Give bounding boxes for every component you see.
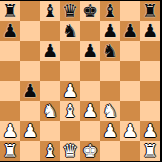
square-e2[interactable] xyxy=(80,121,100,141)
black-pawn: ♟ xyxy=(102,21,118,41)
square-g5[interactable] xyxy=(120,61,140,81)
square-d8[interactable]: ♛ xyxy=(60,1,80,21)
square-c7[interactable] xyxy=(40,21,60,41)
square-a8[interactable]: ♜ xyxy=(0,1,20,21)
black-pawn: ♟ xyxy=(2,21,18,41)
board-frame: ♜♝♛♚♝♜♟♞♟♟♟♟♟♞♟♟♞♝♟♞♟♟♟♟♟♜♝♛♚♜ xyxy=(0,0,162,162)
white-pawn: ♟ xyxy=(102,121,118,141)
square-e7[interactable] xyxy=(80,21,100,41)
square-c1[interactable]: ♝ xyxy=(40,141,60,161)
black-pawn: ♟ xyxy=(22,81,38,101)
square-g3[interactable] xyxy=(120,101,140,121)
square-e5[interactable] xyxy=(80,61,100,81)
square-f4[interactable] xyxy=(100,81,120,101)
black-pawn: ♟ xyxy=(142,21,158,41)
black-pawn: ♟ xyxy=(42,41,58,61)
square-a1[interactable]: ♜ xyxy=(0,141,20,161)
square-a2[interactable]: ♟ xyxy=(0,121,20,141)
square-e6[interactable]: ♟ xyxy=(80,41,100,61)
white-pawn: ♟ xyxy=(122,121,138,141)
square-g6[interactable] xyxy=(120,41,140,61)
black-rook: ♜ xyxy=(142,1,158,21)
square-g7[interactable]: ♟ xyxy=(120,21,140,41)
white-knight: ♞ xyxy=(42,101,58,121)
square-a5[interactable] xyxy=(0,61,20,81)
square-c6[interactable]: ♟ xyxy=(40,41,60,61)
white-bishop: ♝ xyxy=(62,101,78,121)
white-rook: ♜ xyxy=(2,141,18,161)
white-rook: ♜ xyxy=(142,141,158,161)
square-b6[interactable] xyxy=(20,41,40,61)
square-d7[interactable]: ♞ xyxy=(60,21,80,41)
black-bishop: ♝ xyxy=(42,1,58,21)
square-h8[interactable]: ♜ xyxy=(140,1,160,21)
square-e8[interactable]: ♚ xyxy=(80,1,100,21)
square-e4[interactable] xyxy=(80,81,100,101)
square-c3[interactable]: ♞ xyxy=(40,101,60,121)
white-knight: ♞ xyxy=(102,101,118,121)
square-d3[interactable]: ♝ xyxy=(60,101,80,121)
black-queen: ♛ xyxy=(62,1,78,21)
square-e1[interactable]: ♚ xyxy=(80,141,100,161)
white-pawn: ♟ xyxy=(22,121,38,141)
square-f3[interactable]: ♞ xyxy=(100,101,120,121)
square-a6[interactable] xyxy=(0,41,20,61)
white-pawn: ♟ xyxy=(142,121,158,141)
square-h3[interactable] xyxy=(140,101,160,121)
square-b5[interactable] xyxy=(20,61,40,81)
black-pawn: ♟ xyxy=(82,41,98,61)
square-c2[interactable] xyxy=(40,121,60,141)
square-a3[interactable] xyxy=(0,101,20,121)
square-h1[interactable]: ♜ xyxy=(140,141,160,161)
square-g4[interactable] xyxy=(120,81,140,101)
square-d1[interactable]: ♛ xyxy=(60,141,80,161)
black-knight: ♞ xyxy=(62,21,78,41)
square-b8[interactable] xyxy=(20,1,40,21)
square-c5[interactable] xyxy=(40,61,60,81)
square-h7[interactable]: ♟ xyxy=(140,21,160,41)
square-a7[interactable]: ♟ xyxy=(0,21,20,41)
white-pawn: ♟ xyxy=(82,101,98,121)
square-b1[interactable] xyxy=(20,141,40,161)
square-h4[interactable] xyxy=(140,81,160,101)
black-rook: ♜ xyxy=(2,1,18,21)
square-c4[interactable] xyxy=(40,81,60,101)
black-king: ♚ xyxy=(82,1,98,21)
white-king: ♚ xyxy=(82,141,98,161)
black-bishop: ♝ xyxy=(102,1,118,21)
square-b3[interactable] xyxy=(20,101,40,121)
square-d6[interactable] xyxy=(60,41,80,61)
white-pawn: ♟ xyxy=(2,121,18,141)
square-f6[interactable]: ♞ xyxy=(100,41,120,61)
square-f7[interactable]: ♟ xyxy=(100,21,120,41)
black-knight: ♞ xyxy=(102,41,118,61)
square-b2[interactable]: ♟ xyxy=(20,121,40,141)
square-g1[interactable] xyxy=(120,141,140,161)
square-a4[interactable] xyxy=(0,81,20,101)
square-h6[interactable] xyxy=(140,41,160,61)
square-e3[interactable]: ♟ xyxy=(80,101,100,121)
white-pawn: ♟ xyxy=(62,81,78,101)
square-f2[interactable]: ♟ xyxy=(100,121,120,141)
white-queen: ♛ xyxy=(62,141,78,161)
square-d5[interactable] xyxy=(60,61,80,81)
square-b4[interactable]: ♟ xyxy=(20,81,40,101)
square-f8[interactable]: ♝ xyxy=(100,1,120,21)
square-d4[interactable]: ♟ xyxy=(60,81,80,101)
black-pawn: ♟ xyxy=(122,21,138,41)
square-h5[interactable] xyxy=(140,61,160,81)
square-c8[interactable]: ♝ xyxy=(40,1,60,21)
square-f1[interactable] xyxy=(100,141,120,161)
square-g2[interactable]: ♟ xyxy=(120,121,140,141)
square-b7[interactable] xyxy=(20,21,40,41)
square-g8[interactable] xyxy=(120,1,140,21)
white-bishop: ♝ xyxy=(42,141,58,161)
square-d2[interactable] xyxy=(60,121,80,141)
square-h2[interactable]: ♟ xyxy=(140,121,160,141)
chess-board: ♜♝♛♚♝♜♟♞♟♟♟♟♟♞♟♟♞♝♟♞♟♟♟♟♟♜♝♛♚♜ xyxy=(0,1,160,161)
square-f5[interactable] xyxy=(100,61,120,81)
